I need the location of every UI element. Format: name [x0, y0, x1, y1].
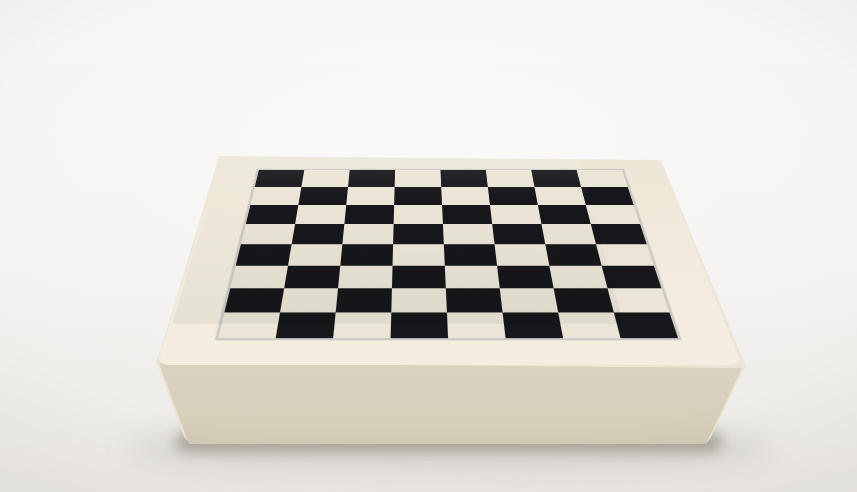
board-square[interactable]: [241, 224, 295, 244]
board-square[interactable]: [558, 312, 620, 338]
board-square[interactable]: [577, 170, 628, 187]
board-square[interactable]: [440, 170, 487, 187]
board-square[interactable]: [602, 266, 662, 289]
board-square[interactable]: [250, 187, 301, 205]
board-square[interactable]: [342, 224, 393, 244]
board-rim: [216, 169, 681, 340]
board-square[interactable]: [391, 288, 447, 312]
photo-stage: [0, 0, 857, 492]
board-square[interactable]: [614, 312, 678, 338]
board-square[interactable]: [554, 288, 614, 312]
board-square[interactable]: [336, 288, 392, 312]
board-square[interactable]: [292, 224, 345, 244]
board-square[interactable]: [395, 170, 442, 187]
board-square[interactable]: [394, 187, 442, 205]
board-square[interactable]: [541, 224, 596, 244]
board-square[interactable]: [392, 266, 446, 289]
board-square[interactable]: [446, 288, 503, 312]
board-square[interactable]: [338, 266, 393, 289]
board-square[interactable]: [488, 187, 538, 205]
board-square[interactable]: [591, 224, 647, 244]
board-square[interactable]: [531, 170, 581, 187]
board-square[interactable]: [495, 244, 550, 265]
board-square[interactable]: [288, 244, 342, 265]
board-square[interactable]: [534, 187, 585, 205]
board-square[interactable]: [608, 288, 670, 312]
board-square[interactable]: [549, 266, 607, 289]
board-square[interactable]: [246, 205, 299, 224]
board-square[interactable]: [346, 187, 394, 205]
board-square[interactable]: [333, 312, 391, 338]
board-square[interactable]: [492, 224, 545, 244]
board-square[interactable]: [442, 205, 492, 224]
board-square[interactable]: [497, 266, 554, 289]
board-square[interactable]: [445, 266, 500, 289]
board-square[interactable]: [393, 224, 444, 244]
board-square[interactable]: [490, 205, 542, 224]
board-square[interactable]: [581, 187, 634, 205]
board-square[interactable]: [441, 187, 490, 205]
board-square[interactable]: [486, 170, 535, 187]
board-square[interactable]: [394, 205, 443, 224]
board-square[interactable]: [301, 170, 349, 187]
board-square[interactable]: [447, 312, 506, 338]
board-square[interactable]: [443, 224, 495, 244]
board-square[interactable]: [393, 244, 445, 265]
board-square[interactable]: [284, 266, 340, 289]
board-square[interactable]: [298, 187, 348, 205]
checkerboard: [218, 170, 678, 338]
board-square[interactable]: [218, 312, 280, 338]
board-square[interactable]: [391, 312, 448, 338]
board-square[interactable]: [280, 288, 338, 312]
board-square[interactable]: [500, 288, 558, 312]
board-square[interactable]: [348, 170, 395, 187]
board-square[interactable]: [596, 244, 654, 265]
games-box-lid: [157, 160, 742, 365]
board-square[interactable]: [295, 205, 346, 224]
board-square[interactable]: [444, 244, 497, 265]
board-square[interactable]: [276, 312, 336, 338]
board-square[interactable]: [230, 266, 288, 289]
board-square[interactable]: [255, 170, 305, 187]
board-square[interactable]: [586, 205, 640, 224]
board-square[interactable]: [344, 205, 394, 224]
board-square[interactable]: [340, 244, 393, 265]
board-square[interactable]: [545, 244, 601, 265]
board-square[interactable]: [236, 244, 292, 265]
board-square[interactable]: [503, 312, 564, 338]
board-square[interactable]: [224, 288, 284, 312]
board-square[interactable]: [538, 205, 591, 224]
